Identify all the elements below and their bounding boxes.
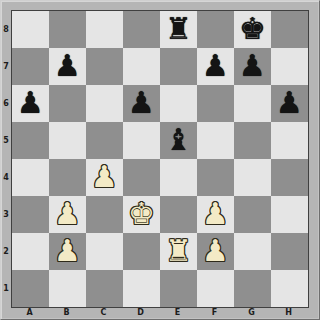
square-a8[interactable] [12,11,49,48]
square-e7[interactable] [160,48,197,85]
square-h2[interactable] [271,233,308,270]
square-c4[interactable]: ♟ [86,159,123,196]
square-h8[interactable] [271,11,308,48]
square-b1[interactable] [49,270,86,307]
square-a3[interactable] [12,196,49,233]
square-f8[interactable] [197,11,234,48]
black-pawn[interactable]: ♟ [128,88,155,118]
square-f6[interactable] [197,85,234,122]
rank-labels: 87654321 [1,11,11,307]
square-f5[interactable] [197,122,234,159]
square-c5[interactable] [86,122,123,159]
square-d8[interactable] [123,11,160,48]
chess-board[interactable]: ♜♚♟♟♟♟♟♟♝♟♟♚♟♟♜♟ [11,10,309,308]
square-f3[interactable]: ♟ [197,196,234,233]
square-d2[interactable] [123,233,160,270]
file-label-f: F [196,306,233,319]
black-pawn[interactable]: ♟ [54,51,81,81]
square-c6[interactable] [86,85,123,122]
white-pawn[interactable]: ♟ [91,162,118,192]
square-h6[interactable]: ♟ [271,85,308,122]
white-pawn[interactable]: ♟ [202,199,229,229]
square-b7[interactable]: ♟ [49,48,86,85]
black-pawn[interactable]: ♟ [17,88,44,118]
square-e5[interactable]: ♝ [160,122,197,159]
file-label-e: E [159,306,196,319]
black-bishop[interactable]: ♝ [165,125,192,155]
square-e6[interactable] [160,85,197,122]
square-h3[interactable] [271,196,308,233]
square-g4[interactable] [234,159,271,196]
square-c1[interactable] [86,270,123,307]
square-a5[interactable] [12,122,49,159]
square-e8[interactable]: ♜ [160,11,197,48]
square-a2[interactable] [12,233,49,270]
square-g3[interactable] [234,196,271,233]
rank-label-2: 2 [1,233,11,270]
square-b4[interactable] [49,159,86,196]
square-e1[interactable] [160,270,197,307]
black-pawn[interactable]: ♟ [239,51,266,81]
square-a7[interactable] [12,48,49,85]
white-king[interactable]: ♚ [128,199,155,229]
square-d6[interactable]: ♟ [123,85,160,122]
square-f1[interactable] [197,270,234,307]
rank-label-6: 6 [1,85,11,122]
rank-label-7: 7 [1,48,11,85]
chess-diagram: 87654321 ♜♚♟♟♟♟♟♟♝♟♟♚♟♟♜♟ ABCDEFGH [0,0,320,320]
square-f2[interactable]: ♟ [197,233,234,270]
square-g2[interactable] [234,233,271,270]
file-labels: ABCDEFGH [11,306,307,319]
black-pawn[interactable]: ♟ [202,51,229,81]
square-b5[interactable] [49,122,86,159]
square-c3[interactable] [86,196,123,233]
square-g8[interactable]: ♚ [234,11,271,48]
file-label-g: G [233,306,270,319]
black-rook[interactable]: ♜ [165,14,192,44]
square-f7[interactable]: ♟ [197,48,234,85]
square-b8[interactable] [49,11,86,48]
white-pawn[interactable]: ♟ [202,236,229,266]
square-d1[interactable] [123,270,160,307]
file-label-h: H [270,306,307,319]
square-b3[interactable]: ♟ [49,196,86,233]
square-a4[interactable] [12,159,49,196]
square-h7[interactable] [271,48,308,85]
rank-label-3: 3 [1,196,11,233]
square-d3[interactable]: ♚ [123,196,160,233]
square-g7[interactable]: ♟ [234,48,271,85]
rank-label-4: 4 [1,159,11,196]
square-e3[interactable] [160,196,197,233]
square-g5[interactable] [234,122,271,159]
square-b2[interactable]: ♟ [49,233,86,270]
square-c2[interactable] [86,233,123,270]
square-h1[interactable] [271,270,308,307]
square-a1[interactable] [12,270,49,307]
white-pawn[interactable]: ♟ [54,236,81,266]
square-h5[interactable] [271,122,308,159]
rank-label-5: 5 [1,122,11,159]
square-e4[interactable] [160,159,197,196]
square-a6[interactable]: ♟ [12,85,49,122]
square-b6[interactable] [49,85,86,122]
file-label-d: D [122,306,159,319]
square-c7[interactable] [86,48,123,85]
rank-label-8: 8 [1,11,11,48]
square-d4[interactable] [123,159,160,196]
square-f4[interactable] [197,159,234,196]
white-rook[interactable]: ♜ [165,236,192,266]
square-c8[interactable] [86,11,123,48]
file-label-b: B [48,306,85,319]
white-pawn[interactable]: ♟ [54,199,81,229]
rank-label-1: 1 [1,270,11,307]
square-g6[interactable] [234,85,271,122]
black-pawn[interactable]: ♟ [276,88,303,118]
square-e2[interactable]: ♜ [160,233,197,270]
black-king[interactable]: ♚ [239,14,266,44]
square-d5[interactable] [123,122,160,159]
file-label-c: C [85,306,122,319]
file-label-a: A [11,306,48,319]
square-d7[interactable] [123,48,160,85]
square-g1[interactable] [234,270,271,307]
square-h4[interactable] [271,159,308,196]
